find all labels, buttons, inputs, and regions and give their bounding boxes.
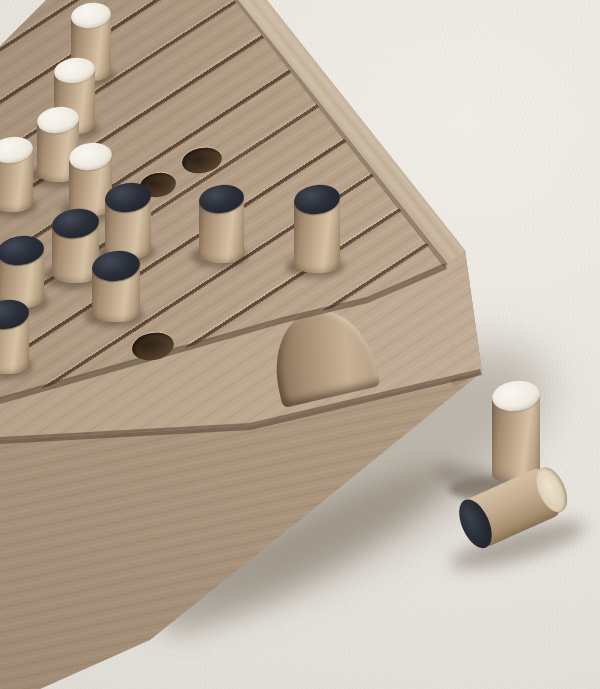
scene [0, 0, 600, 689]
peg-black[interactable] [294, 185, 340, 288]
peg-white[interactable] [0, 137, 33, 225]
pegs-layer [0, 0, 600, 689]
peg-black[interactable] [199, 185, 244, 277]
peg-black[interactable] [92, 251, 140, 337]
peg-black[interactable] [0, 300, 29, 389]
